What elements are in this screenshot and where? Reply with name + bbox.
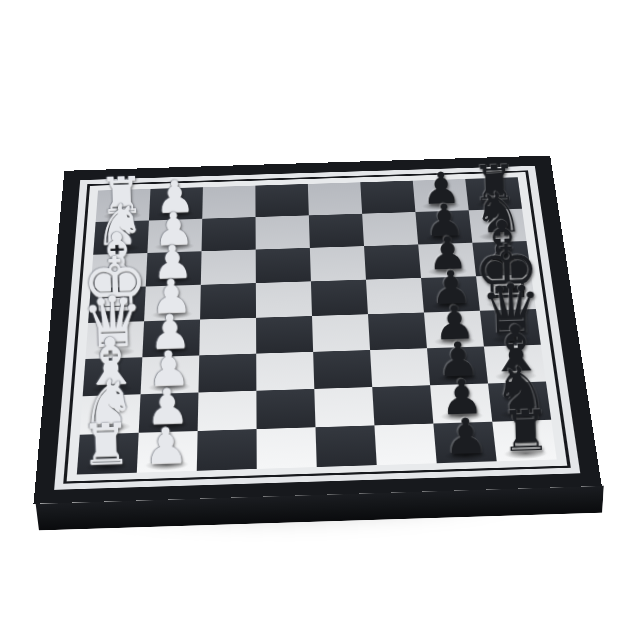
board-near-edge — [36, 486, 604, 531]
square-c6[interactable] — [370, 348, 430, 387]
square-a6[interactable] — [374, 424, 436, 466]
product-photo-stage: ♜♟♟♜♞♟♟♞♝♟♟♝♚♟♟♚♛♟♟♛♝♟♟♝♞♟♟♞♜♟♟♜ — [0, 0, 625, 625]
square-a7[interactable]: ♟ — [433, 422, 496, 464]
square-a2[interactable]: ♟ — [137, 431, 198, 473]
square-d5[interactable] — [312, 314, 370, 352]
square-b3[interactable] — [198, 391, 257, 431]
square-b6[interactable] — [372, 385, 433, 425]
square-h5[interactable] — [308, 182, 362, 215]
square-a4[interactable] — [257, 427, 317, 469]
square-b5[interactable] — [314, 387, 374, 427]
white-pawn[interactable]: ♟ — [143, 420, 189, 471]
black-pawn[interactable]: ♟ — [443, 411, 489, 462]
square-f6[interactable] — [364, 244, 421, 279]
white-rook[interactable]: ♜ — [80, 416, 132, 473]
square-f5[interactable] — [310, 246, 366, 281]
square-g3[interactable] — [202, 217, 256, 251]
square-a3[interactable] — [197, 429, 257, 471]
square-a8[interactable]: ♜ — [492, 420, 556, 462]
square-d3[interactable] — [199, 318, 256, 356]
square-h6[interactable] — [360, 181, 415, 214]
square-h3[interactable] — [202, 186, 255, 219]
square-c4[interactable] — [256, 352, 314, 391]
square-c3[interactable] — [198, 354, 256, 393]
square-f3[interactable] — [201, 250, 256, 285]
square-f4[interactable] — [256, 248, 311, 283]
chess-board: ♜♟♟♜♞♟♟♞♝♟♟♝♚♟♟♚♛♟♟♛♝♟♟♝♞♟♟♞♜♟♟♜ — [33, 156, 601, 504]
square-h4[interactable] — [255, 184, 308, 217]
black-rook[interactable]: ♜ — [500, 403, 552, 460]
square-a1[interactable]: ♜ — [77, 433, 139, 475]
square-d6[interactable] — [368, 312, 427, 350]
square-b4[interactable] — [256, 389, 315, 429]
square-g6[interactable] — [362, 212, 418, 246]
square-g5[interactable] — [309, 214, 364, 248]
square-g4[interactable] — [256, 215, 310, 249]
square-e4[interactable] — [256, 281, 312, 317]
board-grid: ♜♟♟♜♞♟♟♞♝♟♟♝♚♟♟♚♛♟♟♛♝♟♟♝♞♟♟♞♜♟♟♜ — [67, 172, 568, 481]
square-d4[interactable] — [256, 316, 313, 354]
perspective-wrapper: ♜♟♟♜♞♟♟♞♝♟♟♝♚♟♟♚♛♟♟♛♝♟♟♝♞♟♟♞♜♟♟♜ — [42, 46, 582, 586]
square-e6[interactable] — [366, 278, 424, 314]
square-c5[interactable] — [313, 350, 372, 389]
square-e3[interactable] — [200, 283, 256, 319]
square-a5[interactable] — [315, 425, 376, 467]
square-e5[interactable] — [311, 280, 368, 316]
